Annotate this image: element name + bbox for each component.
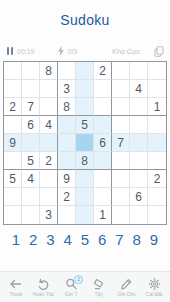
- cell-r5c8[interactable]: [130, 134, 148, 152]
- cell-r6c9[interactable]: [148, 152, 166, 170]
- cell-r1c7[interactable]: [112, 62, 130, 80]
- header: Sudoku: [0, 0, 170, 29]
- cell-r5c9[interactable]: [148, 134, 166, 152]
- timer: 00:19: [17, 48, 35, 55]
- nav-settings-label: Cài Đặt: [146, 291, 163, 297]
- cell-r2c1[interactable]: [4, 80, 22, 98]
- numpad-1[interactable]: 1: [8, 231, 24, 248]
- cell-r2c2[interactable]: [22, 80, 40, 98]
- cell-r9c5[interactable]: [76, 206, 94, 224]
- cell-r4c2[interactable]: 6: [22, 116, 40, 134]
- cell-r4c9[interactable]: [148, 116, 166, 134]
- cell-r6c7[interactable]: [112, 152, 130, 170]
- cell-r5c4[interactable]: [58, 134, 76, 152]
- cell-r5c3[interactable]: [40, 134, 58, 152]
- cell-r9c4[interactable]: [58, 206, 76, 224]
- cell-r4c6[interactable]: [94, 116, 112, 134]
- cell-r1c4[interactable]: [58, 62, 76, 80]
- cell-r1c8[interactable]: [130, 62, 148, 80]
- nav-erase-button[interactable]: Tẩy: [88, 278, 110, 297]
- nav-notes-button[interactable]: Ghi Chú: [115, 278, 137, 297]
- cell-r6c2[interactable]: 5: [22, 152, 40, 170]
- cell-r6c6[interactable]: [94, 152, 112, 170]
- sudoku-board: 8234278164596752854922631: [3, 61, 167, 225]
- nav-settings-button[interactable]: Cài Đặt: [143, 278, 165, 297]
- cell-r3c8[interactable]: [130, 98, 148, 116]
- numpad-6[interactable]: 6: [94, 231, 110, 248]
- cell-r3c3[interactable]: [40, 98, 58, 116]
- cell-r4c7[interactable]: [112, 116, 130, 134]
- back-icon: [9, 278, 22, 290]
- difficulty-label: Khó Cực: [112, 48, 140, 55]
- cell-r4c5[interactable]: 5: [76, 116, 94, 134]
- cell-r1c5[interactable]: [76, 62, 94, 80]
- cell-r7c7[interactable]: [112, 170, 130, 188]
- cell-r2c3[interactable]: [40, 80, 58, 98]
- cell-r9c6[interactable]: 1: [94, 206, 112, 224]
- nav-hint-button[interactable]: 2 Gợi Ý: [60, 278, 82, 297]
- cell-r7c3[interactable]: [40, 170, 58, 188]
- cell-r3c5[interactable]: [76, 98, 94, 116]
- cell-r2c6[interactable]: [94, 80, 112, 98]
- cell-r2c8[interactable]: 4: [130, 80, 148, 98]
- cell-r2c9[interactable]: [148, 80, 166, 98]
- cell-r8c2[interactable]: [22, 188, 40, 206]
- cell-r1c2[interactable]: [22, 62, 40, 80]
- cell-r5c7[interactable]: 7: [112, 134, 130, 152]
- cell-r3c2[interactable]: 7: [22, 98, 40, 116]
- pencil-icon: [120, 278, 133, 290]
- cell-r6c1[interactable]: [4, 152, 22, 170]
- cell-r8c7[interactable]: [112, 188, 130, 206]
- cell-r8c8[interactable]: 6: [130, 188, 148, 206]
- lightning-icon: [57, 46, 65, 57]
- cell-r8c3[interactable]: [40, 188, 58, 206]
- cell-r1c9[interactable]: [148, 62, 166, 80]
- cell-r6c4[interactable]: [58, 152, 76, 170]
- cell-r6c5[interactable]: 8: [76, 152, 94, 170]
- cell-r2c4[interactable]: 3: [58, 80, 76, 98]
- cell-r6c3[interactable]: 2: [40, 152, 58, 170]
- cell-r3c4[interactable]: 8: [58, 98, 76, 116]
- cell-r7c6[interactable]: [94, 170, 112, 188]
- cell-r1c1[interactable]: [4, 62, 22, 80]
- cell-r2c5[interactable]: [76, 80, 94, 98]
- cell-r7c4[interactable]: 9: [58, 170, 76, 188]
- cell-r8c6[interactable]: [94, 188, 112, 206]
- bottom-nav: Thoát Hoàn Tác 2 Gợi Ý Tẩy Ghi Chú: [0, 271, 170, 302]
- cell-r9c7[interactable]: [112, 206, 130, 224]
- cell-r9c8[interactable]: [130, 206, 148, 224]
- cell-r3c6[interactable]: [94, 98, 112, 116]
- nav-erase-label: Tẩy: [95, 291, 103, 297]
- cell-r8c9[interactable]: [148, 188, 166, 206]
- cell-r5c6[interactable]: 6: [94, 134, 112, 152]
- cell-r3c1[interactable]: 2: [4, 98, 22, 116]
- cell-r3c9[interactable]: 1: [148, 98, 166, 116]
- cell-r9c2[interactable]: [22, 206, 40, 224]
- numpad-7[interactable]: 7: [112, 231, 128, 248]
- nav-exit-label: Thoát: [9, 291, 22, 297]
- numpad-2[interactable]: 2: [25, 231, 41, 248]
- numpad-5[interactable]: 5: [77, 231, 93, 248]
- cell-r6c8[interactable]: [130, 152, 148, 170]
- cell-r7c8[interactable]: [130, 170, 148, 188]
- numpad-9[interactable]: 9: [146, 231, 162, 248]
- hint-badge: 2: [74, 275, 83, 284]
- cell-r2c7[interactable]: [112, 80, 130, 98]
- streak-score: 0/3: [68, 48, 78, 55]
- cell-r7c9[interactable]: 2: [148, 170, 166, 188]
- cell-r8c1[interactable]: [4, 188, 22, 206]
- cell-r4c4[interactable]: [58, 116, 76, 134]
- cell-r5c1[interactable]: 9: [4, 134, 22, 152]
- gear-icon: [148, 278, 161, 290]
- cell-r9c3[interactable]: 3: [40, 206, 58, 224]
- pause-button[interactable]: [6, 46, 14, 56]
- cell-r7c1[interactable]: 5: [4, 170, 22, 188]
- cell-r4c1[interactable]: [4, 116, 22, 134]
- page-title: Sudoku: [60, 12, 109, 28]
- cell-r1c3[interactable]: 8: [40, 62, 58, 80]
- copy-icon[interactable]: [154, 46, 164, 57]
- nav-hint-label: Gợi Ý: [65, 291, 78, 297]
- pause-icon: [7, 47, 9, 55]
- undo-icon: [37, 278, 50, 290]
- cell-r1c6[interactable]: 2: [94, 62, 112, 80]
- nav-undo-button[interactable]: Hoàn Tác: [32, 278, 54, 297]
- cell-r8c4[interactable]: 2: [58, 188, 76, 206]
- pause-icon: [11, 47, 13, 55]
- nav-exit-button[interactable]: Thoát: [5, 278, 27, 297]
- status-bar: 00:19 0/3 Khó Cực: [0, 44, 170, 58]
- cell-r5c2[interactable]: [22, 134, 40, 152]
- numpad-4[interactable]: 4: [60, 231, 76, 248]
- cell-r9c1[interactable]: [4, 206, 22, 224]
- cell-r5c5[interactable]: [76, 134, 94, 152]
- cell-r4c3[interactable]: 4: [40, 116, 58, 134]
- cell-r4c8[interactable]: [130, 116, 148, 134]
- nav-notes-label: Ghi Chú: [117, 291, 135, 297]
- cell-r9c9[interactable]: [148, 206, 166, 224]
- number-pad: 123456789: [0, 225, 170, 248]
- numpad-8[interactable]: 8: [129, 231, 145, 248]
- numpad-3[interactable]: 3: [43, 231, 59, 248]
- nav-undo-label: Hoàn Tác: [33, 291, 55, 297]
- cell-r7c2[interactable]: 4: [22, 170, 40, 188]
- cell-r8c5[interactable]: [76, 188, 94, 206]
- cell-r7c5[interactable]: [76, 170, 94, 188]
- eraser-icon: [92, 278, 105, 290]
- cell-r3c7[interactable]: [112, 98, 130, 116]
